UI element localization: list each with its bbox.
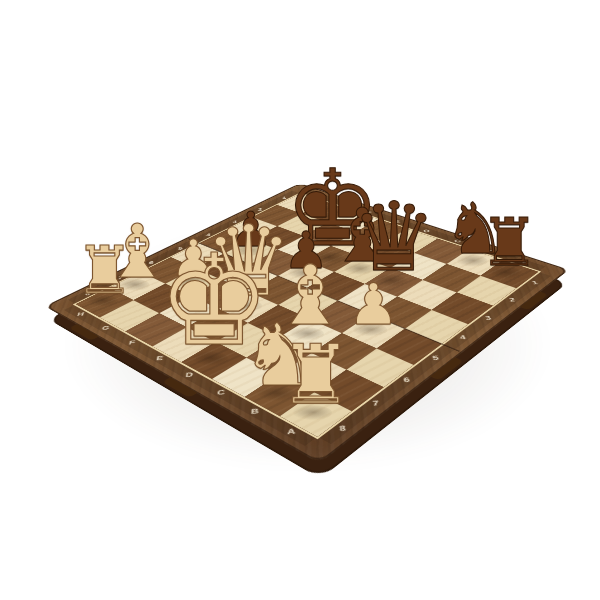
chess-board: HGFEDCBA 12345678 12345678 HGFEDCBA (45, 183, 570, 463)
rank-label: 2 (255, 202, 265, 217)
camera-tilt-wrapper: HGFEDCBA 12345678 12345678 HGFEDCBA (0, 0, 600, 600)
rank-label: 1 (279, 190, 289, 205)
playing-area (73, 192, 541, 439)
rank-label: 3 (229, 214, 241, 230)
rank-label: 4 (202, 226, 215, 243)
product-photo-scene: HGFEDCBA 12345678 12345678 HGFEDCBA ♜♝♟♛… (0, 0, 600, 600)
